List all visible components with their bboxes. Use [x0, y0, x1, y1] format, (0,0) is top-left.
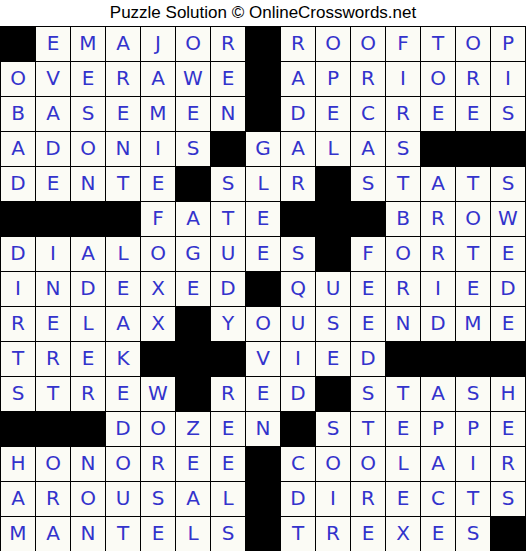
letter-cell: S [1, 377, 35, 411]
letter-cell: P [491, 27, 525, 61]
letter-cell: E [351, 307, 385, 341]
letter-cell: E [176, 272, 210, 306]
letter-cell: E [246, 202, 280, 236]
letter-cell: S [316, 412, 350, 446]
letter-cell: C [351, 97, 385, 131]
black-cell [176, 307, 210, 341]
letter-cell: H [1, 447, 35, 481]
letter-cell: I [491, 62, 525, 96]
letter-cell: N [246, 412, 280, 446]
letter-cell: W [491, 202, 525, 236]
letter-cell: X [141, 307, 175, 341]
letter-cell: U [211, 237, 245, 271]
letter-cell: S [491, 482, 525, 516]
letter-cell: E [491, 237, 525, 271]
letter-cell: U [316, 272, 350, 306]
letter-cell: A [71, 237, 105, 271]
letter-cell: A [36, 97, 70, 131]
black-cell [246, 97, 280, 131]
letter-cell: S [281, 237, 315, 271]
letter-cell: I [456, 447, 490, 481]
letter-cell: L [106, 237, 140, 271]
letter-cell: B [386, 202, 420, 236]
letter-cell: D [281, 97, 315, 131]
black-cell [421, 342, 455, 376]
letter-cell: N [386, 307, 420, 341]
letter-cell: X [386, 517, 420, 551]
black-cell [246, 447, 280, 481]
letter-cell: A [1, 482, 35, 516]
letter-cell: N [71, 517, 105, 551]
letter-cell: X [141, 272, 175, 306]
letter-cell: N [211, 97, 245, 131]
letter-cell: E [246, 237, 280, 271]
black-cell [211, 132, 245, 166]
letter-cell: O [141, 237, 175, 271]
letter-cell: E [246, 377, 280, 411]
letter-cell: O [351, 27, 385, 61]
black-cell [316, 237, 350, 271]
letter-cell: E [106, 377, 140, 411]
letter-cell: E [141, 517, 175, 551]
letter-cell: A [36, 517, 70, 551]
letter-cell: R [351, 482, 385, 516]
letter-cell: V [36, 62, 70, 96]
letter-cell: I [421, 272, 455, 306]
letter-cell: L [71, 307, 105, 341]
letter-cell: O [1, 62, 35, 96]
letter-cell: O [386, 237, 420, 271]
letter-cell: D [491, 272, 525, 306]
letter-cell: R [211, 27, 245, 61]
letter-cell: E [421, 517, 455, 551]
letter-cell: E [211, 62, 245, 96]
black-cell [316, 202, 350, 236]
letter-cell: N [71, 447, 105, 481]
letter-cell: S [456, 377, 490, 411]
letter-cell: A [141, 62, 175, 96]
letter-cell: E [421, 97, 455, 131]
black-cell [176, 167, 210, 201]
letter-cell: L [176, 517, 210, 551]
letter-cell: O [246, 307, 280, 341]
letter-cell: O [176, 27, 210, 61]
letter-cell: R [141, 447, 175, 481]
letter-cell: D [211, 272, 245, 306]
letter-cell: P [456, 412, 490, 446]
letter-cell: T [106, 167, 140, 201]
letter-cell: E [106, 272, 140, 306]
letter-cell: R [36, 342, 70, 376]
black-cell [211, 342, 245, 376]
letter-cell: T [386, 377, 420, 411]
letter-cell: A [106, 27, 140, 61]
letter-cell: E [211, 412, 245, 446]
letter-cell: G [176, 237, 210, 271]
letter-cell: E [71, 342, 105, 376]
letter-cell: F [386, 27, 420, 61]
letter-cell: A [176, 202, 210, 236]
letter-cell: V [246, 342, 280, 376]
letter-cell: R [281, 27, 315, 61]
letter-cell: E [36, 27, 70, 61]
letter-cell: O [36, 447, 70, 481]
letter-cell: A [421, 377, 455, 411]
letter-cell: O [71, 132, 105, 166]
letter-cell: N [36, 272, 70, 306]
letter-cell: J [141, 27, 175, 61]
letter-cell: R [456, 62, 490, 96]
letter-cell: E [141, 167, 175, 201]
letter-cell: E [71, 62, 105, 96]
letter-cell: M [1, 517, 35, 551]
black-cell [246, 517, 280, 551]
letter-cell: E [491, 412, 525, 446]
letter-cell: H [491, 377, 525, 411]
letter-cell: S [491, 167, 525, 201]
letter-cell: A [351, 132, 385, 166]
letter-cell: O [106, 447, 140, 481]
letter-cell: T [36, 377, 70, 411]
letter-cell: W [176, 62, 210, 96]
letter-cell: K [106, 342, 140, 376]
black-cell [141, 342, 175, 376]
letter-cell: I [386, 62, 420, 96]
letter-cell: D [281, 377, 315, 411]
letter-cell: E [211, 447, 245, 481]
letter-cell: R [491, 447, 525, 481]
letter-cell: O [421, 62, 455, 96]
letter-cell: D [106, 412, 140, 446]
letter-cell: Z [176, 412, 210, 446]
letter-cell: U [281, 307, 315, 341]
letter-cell: D [71, 272, 105, 306]
letter-cell: O [71, 482, 105, 516]
black-cell [316, 377, 350, 411]
black-cell [281, 202, 315, 236]
letter-cell: U [106, 482, 140, 516]
letter-cell: T [1, 342, 35, 376]
letter-cell: D [36, 132, 70, 166]
letter-cell: L [246, 167, 280, 201]
letter-cell: A [106, 307, 140, 341]
black-cell [351, 202, 385, 236]
crossword-grid: EMAJORROOFTOPOVERAWEAPRIORIBASEMENDECREE… [0, 26, 526, 551]
letter-cell: E [456, 97, 490, 131]
letter-cell: T [281, 517, 315, 551]
letter-cell: S [491, 97, 525, 131]
black-cell [491, 517, 525, 551]
letter-cell: D [421, 307, 455, 341]
letter-cell: I [36, 237, 70, 271]
letter-cell: N [106, 132, 140, 166]
black-cell [491, 342, 525, 376]
letter-cell: S [211, 517, 245, 551]
letter-cell: S [351, 167, 385, 201]
black-cell [1, 202, 35, 236]
letter-cell: F [351, 237, 385, 271]
letter-cell: T [456, 167, 490, 201]
letter-cell: P [421, 412, 455, 446]
letter-cell: E [36, 167, 70, 201]
letter-cell: L [316, 132, 350, 166]
letter-cell: T [211, 202, 245, 236]
letter-cell: M [141, 97, 175, 131]
letter-cell: D [351, 342, 385, 376]
black-cell [456, 342, 490, 376]
letter-cell: O [456, 27, 490, 61]
letter-cell: R [106, 62, 140, 96]
letter-cell: R [211, 377, 245, 411]
letter-cell: O [456, 202, 490, 236]
letter-cell: I [281, 342, 315, 376]
black-cell [246, 272, 280, 306]
black-cell [36, 202, 70, 236]
letter-cell: A [176, 482, 210, 516]
letter-cell: G [246, 132, 280, 166]
letter-cell: T [421, 27, 455, 61]
letter-cell: A [421, 447, 455, 481]
puzzle-title: Puzzle Solution © OnlineCrosswords.net [0, 0, 526, 26]
letter-cell: E [491, 307, 525, 341]
black-cell [421, 132, 455, 166]
black-cell [176, 377, 210, 411]
black-cell [106, 202, 140, 236]
letter-cell: D [281, 482, 315, 516]
letter-cell: S [351, 377, 385, 411]
letter-cell: M [71, 27, 105, 61]
letter-cell: N [71, 167, 105, 201]
letter-cell: E [316, 342, 350, 376]
letter-cell: A [421, 167, 455, 201]
letter-cell: I [141, 132, 175, 166]
black-cell [456, 132, 490, 166]
letter-cell: E [456, 272, 490, 306]
letter-cell: R [386, 97, 420, 131]
letter-cell: A [281, 62, 315, 96]
letter-cell: S [386, 132, 420, 166]
letter-cell: M [456, 307, 490, 341]
black-cell [36, 412, 70, 446]
letter-cell: D [1, 237, 35, 271]
letter-cell: F [141, 202, 175, 236]
black-cell [491, 132, 525, 166]
letter-cell: T [351, 412, 385, 446]
letter-cell: R [1, 307, 35, 341]
letter-cell: I [316, 482, 350, 516]
letter-cell: R [316, 517, 350, 551]
letter-cell: C [421, 482, 455, 516]
letter-cell: A [1, 132, 35, 166]
letter-cell: A [281, 132, 315, 166]
black-cell [246, 27, 280, 61]
letter-cell: R [71, 377, 105, 411]
letter-cell: I [1, 272, 35, 306]
letter-cell: R [281, 167, 315, 201]
letter-cell: W [141, 377, 175, 411]
letter-cell: E [176, 447, 210, 481]
letter-cell: E [176, 97, 210, 131]
crossword-solution-page: Puzzle Solution © OnlineCrosswords.net E… [0, 0, 526, 551]
black-cell [281, 412, 315, 446]
letter-cell: C [281, 447, 315, 481]
letter-cell: E [36, 307, 70, 341]
letter-cell: Y [211, 307, 245, 341]
letter-cell: E [106, 97, 140, 131]
letter-cell: E [386, 482, 420, 516]
black-cell [246, 62, 280, 96]
letter-cell: S [71, 97, 105, 131]
letter-cell: R [421, 237, 455, 271]
letter-cell: R [351, 62, 385, 96]
letter-cell: L [386, 447, 420, 481]
letter-cell: S [316, 307, 350, 341]
black-cell [386, 342, 420, 376]
letter-cell: T [456, 482, 490, 516]
black-cell [71, 202, 105, 236]
letter-cell: R [386, 272, 420, 306]
letter-cell: Q [281, 272, 315, 306]
letter-cell: T [456, 237, 490, 271]
letter-cell: L [211, 482, 245, 516]
letter-cell: S [456, 517, 490, 551]
letter-cell: T [106, 517, 140, 551]
black-cell [71, 412, 105, 446]
letter-cell: E [351, 517, 385, 551]
letter-cell: O [316, 447, 350, 481]
letter-cell: O [141, 412, 175, 446]
black-cell [246, 482, 280, 516]
letter-cell: E [351, 272, 385, 306]
black-cell [1, 27, 35, 61]
letter-cell: O [316, 27, 350, 61]
letter-cell: D [1, 167, 35, 201]
letter-cell: P [316, 62, 350, 96]
letter-cell: S [176, 132, 210, 166]
black-cell [1, 412, 35, 446]
letter-cell: E [316, 97, 350, 131]
black-cell [176, 342, 210, 376]
letter-cell: R [36, 482, 70, 516]
letter-cell: R [421, 202, 455, 236]
black-cell [316, 167, 350, 201]
letter-cell: B [1, 97, 35, 131]
letter-cell: S [211, 167, 245, 201]
letter-cell: T [386, 167, 420, 201]
letter-cell: E [386, 412, 420, 446]
letter-cell: S [141, 482, 175, 516]
letter-cell: O [351, 447, 385, 481]
